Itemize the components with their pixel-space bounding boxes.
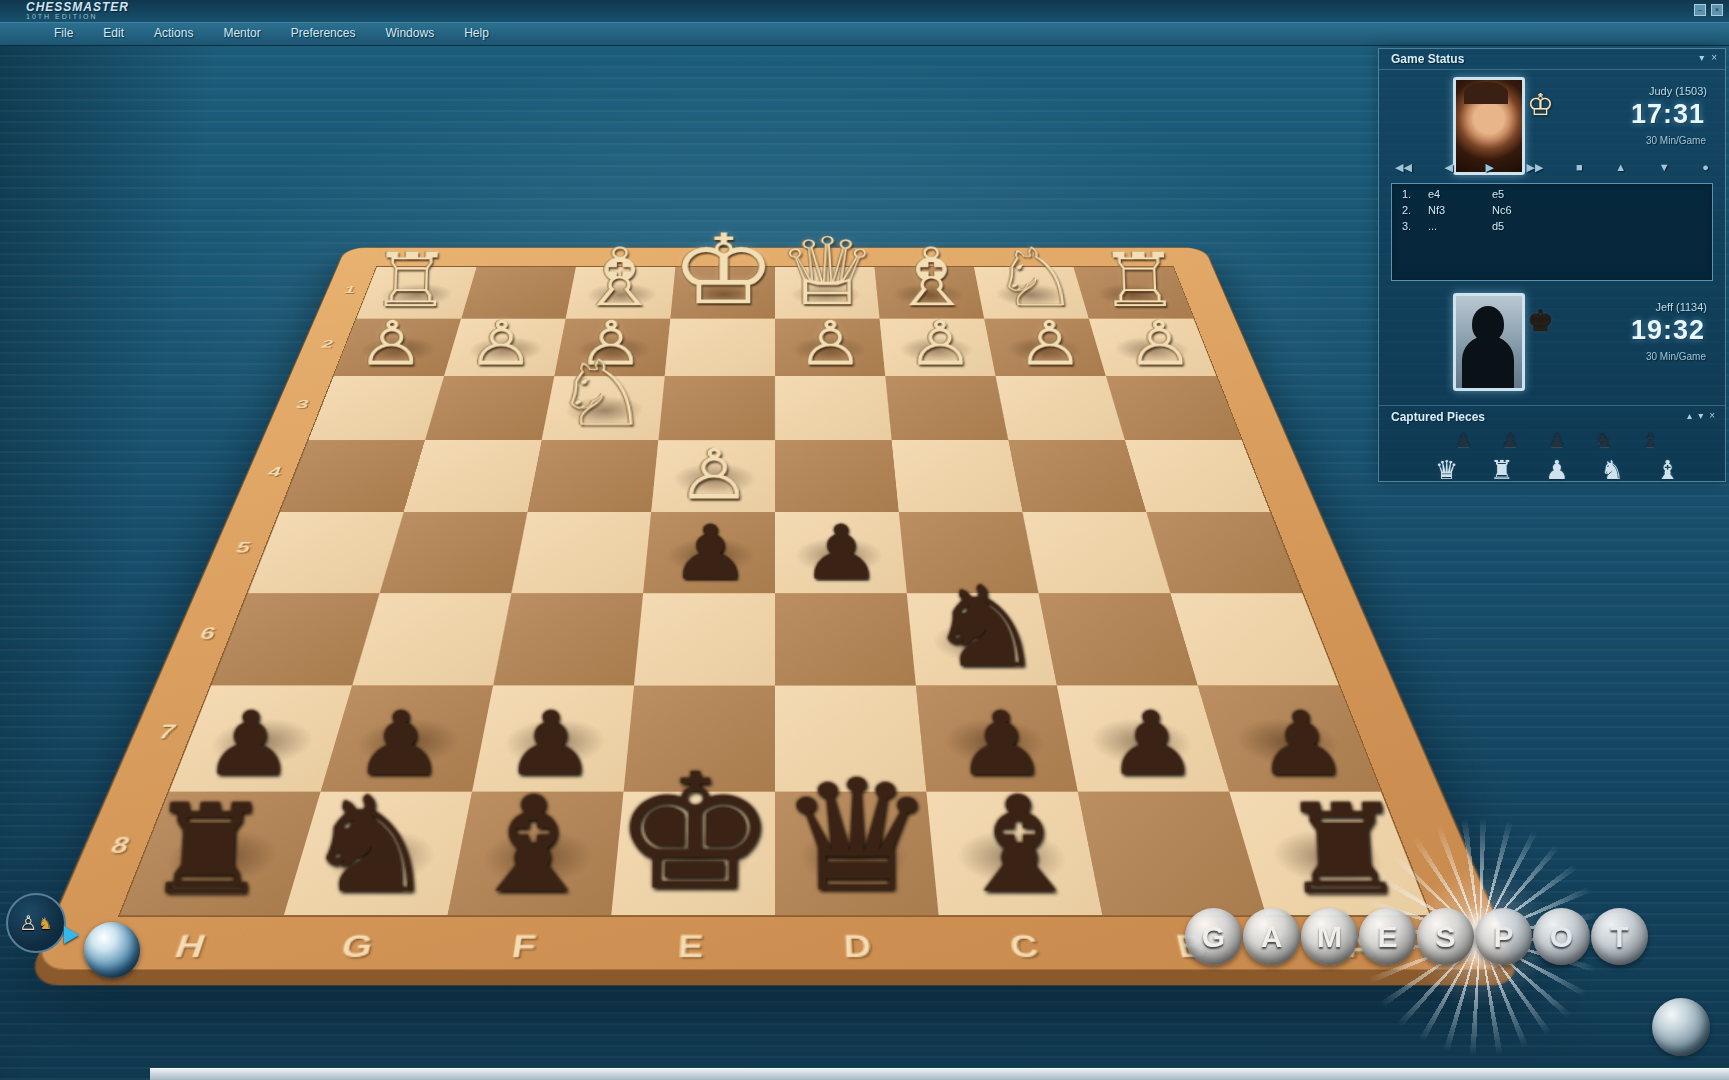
black-king-e8[interactable]: ♚ (610, 758, 777, 909)
white-pawn-c2[interactable]: ♙ (906, 315, 974, 373)
square-g3[interactable] (425, 376, 554, 440)
square-d2[interactable]: ♙ (775, 319, 885, 376)
gamespot-letter-A: A (1243, 908, 1300, 965)
gamespot-letter-T: T (1591, 908, 1648, 965)
move-wm-2: Nf3 (1428, 204, 1492, 216)
chessmaster-orb-button[interactable] (84, 922, 140, 978)
rank-label-6: 6 (187, 624, 228, 644)
menu-item-actions[interactable]: Actions (154, 26, 193, 40)
rank-label-8: 8 (95, 833, 144, 860)
square-a3[interactable] (1106, 376, 1242, 440)
square-b4[interactable] (1008, 440, 1146, 512)
menu-item-preferences[interactable]: Preferences (291, 26, 356, 40)
white-time-control: 30 Min/Game (1646, 135, 1706, 146)
square-e8[interactable]: ♚ (611, 792, 775, 915)
move-bm-3: d5 (1492, 220, 1556, 232)
avatar-black-player (1453, 293, 1525, 391)
rank-label-5: 5 (224, 539, 262, 557)
move-bm-1: e5 (1492, 188, 1556, 200)
square-e3[interactable] (658, 376, 775, 440)
black-knight-g8[interactable]: ♞ (298, 784, 440, 910)
white-bishop-c1[interactable]: ♗ (887, 240, 976, 316)
chessmaster-logo: CHESSMASTER 10TH EDITION (26, 2, 129, 22)
captured-black-piece-3: ♞ (1595, 429, 1612, 452)
black-king-icon: ♚ (1527, 303, 1554, 338)
menu-item-edit[interactable]: Edit (103, 26, 124, 40)
black-bishop-c8[interactable]: ♝ (948, 784, 1088, 910)
white-pawn-icon: ♙ (19, 911, 37, 935)
square-a2[interactable]: ♙ (1089, 319, 1216, 376)
square-a6[interactable] (1170, 593, 1338, 685)
square-c6[interactable]: ♞ (907, 593, 1057, 685)
square-h6[interactable] (211, 593, 379, 685)
square-f6[interactable] (493, 593, 643, 685)
captured-header-icon-1[interactable]: ▾ (1698, 410, 1703, 421)
close-panel-icon[interactable]: × (1711, 52, 1717, 63)
black-time-control: 30 Min/Game (1646, 351, 1706, 362)
black-pawn-b7[interactable]: ♟ (1104, 704, 1199, 787)
square-a7[interactable]: ♟ (1198, 686, 1381, 792)
white-pawn-h2[interactable]: ♙ (356, 315, 425, 373)
players-info-button[interactable]: ♙ ♞ (6, 893, 66, 953)
menu-item-mentor[interactable]: Mentor (223, 26, 260, 40)
menu-item-file[interactable]: File (54, 26, 73, 40)
gamespot-letter-E: E (1359, 908, 1416, 965)
move-bm-2: Nc6 (1492, 204, 1556, 216)
rank-label-7: 7 (144, 721, 189, 744)
menu-item-help[interactable]: Help (464, 26, 489, 40)
move-no-2: 2. (1402, 204, 1428, 216)
white-pawn-e4[interactable]: ♙ (676, 442, 752, 508)
title-bar: CHESSMASTER 10TH EDITION – × (0, 0, 1729, 22)
rank-label-1: 1 (335, 285, 364, 296)
square-b5[interactable] (1023, 512, 1171, 593)
nav-button-1[interactable]: ◀ (1445, 161, 1453, 181)
window-controls: – × (1694, 4, 1723, 16)
square-h5[interactable] (248, 512, 404, 593)
captured-black-piece-1: ♟ (1502, 429, 1519, 452)
white-queen-d1[interactable]: ♕ (776, 228, 879, 317)
white-player-clock: 17:31 (1631, 99, 1705, 130)
square-e2[interactable] (665, 319, 775, 376)
move-wm-1: e4 (1428, 188, 1492, 200)
game-status-header: Game Status ▾ × (1379, 49, 1725, 70)
square-b3[interactable] (996, 376, 1125, 440)
square-f4[interactable] (527, 440, 658, 512)
black-pawn-e5[interactable]: ♟ (669, 518, 749, 589)
white-knight-f3[interactable]: ♘ (551, 351, 651, 437)
square-e1[interactable]: ♔ (670, 267, 775, 319)
captured-header-icon-2[interactable]: × (1709, 410, 1715, 421)
square-f8[interactable]: ♝ (448, 792, 624, 915)
square-g2[interactable]: ♙ (444, 319, 566, 376)
nav-button-7[interactable]: ● (1702, 161, 1709, 181)
square-d8[interactable]: ♛ (775, 792, 939, 915)
menu-item-windows[interactable]: Windows (385, 26, 434, 40)
white-pawn-a2[interactable]: ♙ (1125, 315, 1194, 373)
black-player-clock: 19:32 (1631, 315, 1705, 346)
white-rook-a1[interactable]: ♖ (1097, 245, 1182, 316)
black-rook-h8[interactable]: ♜ (140, 792, 274, 909)
gamespot-sphere-icon (1652, 998, 1710, 1056)
white-king-icon: ♔ (1527, 87, 1554, 122)
square-d4[interactable] (775, 440, 899, 512)
move-row-3[interactable]: 3....d5 (1392, 216, 1712, 232)
white-rook-h1[interactable]: ♖ (368, 245, 453, 316)
white-player-name: Judy (1503) (1649, 85, 1707, 97)
captured-black-piece-2: ♟ (1548, 429, 1565, 452)
captured-white-piece-4: ♝ (1656, 455, 1679, 486)
panel-divider (1379, 405, 1725, 406)
black-knight-c6[interactable]: ♞ (925, 575, 1046, 681)
square-d5[interactable]: ♟ (775, 512, 907, 593)
expand-arrow-icon[interactable] (64, 926, 79, 944)
square-e5[interactable]: ♟ (643, 512, 775, 593)
captured-black-row: ♟♟♟♞♝ (1379, 429, 1725, 452)
file-label-d: D (829, 928, 886, 964)
move-row-2[interactable]: 2.Nf3Nc6 (1392, 200, 1712, 216)
nav-button-3[interactable]: ▶▶ (1527, 161, 1544, 181)
captured-header-icons: ▴▾× (1687, 410, 1715, 421)
captured-white-piece-0: ♛ (1435, 455, 1458, 486)
white-king-e1[interactable]: ♔ (669, 224, 776, 316)
black-pawn-h7[interactable]: ♟ (201, 704, 297, 787)
square-a4[interactable] (1125, 440, 1270, 512)
square-c2[interactable]: ♙ (880, 319, 996, 376)
square-h8[interactable]: ♜ (120, 792, 320, 915)
square-c3[interactable] (885, 376, 1008, 440)
captured-white-piece-2: ♟ (1545, 455, 1568, 486)
board-scene: ♖♗♔♕♗♘♖♙♙♙♙♙♙♙♘♙♟♟♞♟♟♟♟♟♟♜♞♝♚♛♝♜ 1234567… (75, 112, 1475, 912)
menu-bar: FileEditActionsMentorPreferencesWindowsH… (0, 22, 1729, 46)
square-f5[interactable] (511, 512, 651, 593)
square-g8[interactable]: ♞ (284, 792, 472, 915)
captured-white-piece-1: ♜ (1490, 455, 1513, 486)
nav-button-6[interactable]: ▼ (1659, 161, 1670, 181)
square-b2[interactable]: ♙ (984, 319, 1106, 376)
square-d3[interactable] (775, 376, 892, 440)
square-g6[interactable] (352, 593, 511, 685)
captured-white-row: ♛♜♟♞♝ (1379, 455, 1725, 486)
file-label-e: E (662, 928, 719, 964)
gamespot-watermark: GAMESPOT (1185, 858, 1729, 1080)
square-e4[interactable]: ♙ (651, 440, 775, 512)
white-bishop-f1[interactable]: ♗ (574, 240, 663, 316)
gamespot-letter-O: O (1533, 908, 1590, 965)
app-window: CHESSMASTER 10TH EDITION – × FileEditAct… (0, 0, 1729, 1080)
captured-white-piece-3: ♞ (1601, 455, 1624, 486)
move-list[interactable]: 1.e4e52.Nf3Nc63....d5 (1391, 183, 1713, 281)
black-queen-d8[interactable]: ♛ (776, 764, 937, 910)
white-knight-b1[interactable]: ♘ (990, 240, 1080, 316)
square-h4[interactable] (280, 440, 425, 512)
minimize-icon[interactable]: – (1694, 4, 1706, 16)
nav-button-0[interactable]: ◀◀ (1395, 161, 1412, 181)
gamespot-letter-M: M (1301, 908, 1358, 965)
square-g4[interactable] (404, 440, 542, 512)
file-label-g: G (325, 928, 389, 964)
square-h2[interactable]: ♙ (334, 319, 461, 376)
square-g5[interactable] (380, 512, 528, 593)
file-label-h: H (156, 928, 224, 964)
gamespot-letter-S: S (1417, 908, 1474, 965)
black-pawn-a7[interactable]: ♟ (1253, 704, 1349, 787)
square-d6[interactable] (775, 593, 916, 685)
logo-line1: CHESSMASTER (26, 2, 129, 12)
game-status-header-icons: ▾ × (1699, 52, 1717, 63)
board-grid: ♖♗♔♕♗♘♖♙♙♙♙♙♙♙♘♙♟♟♞♟♟♟♟♟♟♜♞♝♚♛♝♜ (120, 267, 1429, 915)
collapse-icon[interactable]: ▾ (1699, 52, 1704, 63)
game-nav-toolbar: ◀◀◀▶▶▶■▲▼● (1379, 161, 1725, 181)
move-row-1[interactable]: 1.e4e5 (1392, 184, 1712, 200)
captured-black-piece-4: ♝ (1642, 429, 1659, 452)
white-pawn-b2[interactable]: ♙ (1015, 315, 1084, 373)
file-label-c: C (994, 928, 1054, 964)
square-f3[interactable]: ♘ (542, 376, 665, 440)
black-player-name: Jeff (1134) (1655, 301, 1707, 313)
white-pawn-d2[interactable]: ♙ (796, 315, 863, 373)
game-status-title: Game Status (1391, 52, 1464, 66)
move-no-1: 1. (1402, 188, 1428, 200)
square-h3[interactable] (308, 376, 444, 440)
nav-button-5[interactable]: ▲ (1615, 161, 1626, 181)
gamespot-letter-P: P (1475, 908, 1532, 965)
rank-label-4: 4 (257, 464, 292, 480)
nav-button-4[interactable]: ■ (1576, 161, 1583, 181)
black-pawn-d5[interactable]: ♟ (800, 518, 880, 589)
game-status-panel: Game Status ▾ × ♔ Judy (1503) 17:31 30 M… (1378, 48, 1726, 482)
close-icon[interactable]: × (1711, 4, 1723, 16)
rank-label-2: 2 (312, 338, 343, 351)
move-wm-3: ... (1428, 220, 1492, 232)
captured-black-piece-0: ♟ (1455, 429, 1472, 452)
square-c4[interactable] (892, 440, 1023, 512)
captured-pieces-title: Captured Pieces (1391, 410, 1485, 424)
gold-knight-icon: ♞ (38, 914, 52, 933)
gamespot-letter-G: G (1185, 908, 1242, 965)
nav-button-2[interactable]: ▶ (1486, 161, 1494, 181)
square-c8[interactable]: ♝ (926, 792, 1102, 915)
rank-label-3: 3 (286, 398, 319, 412)
square-e6[interactable] (634, 593, 775, 685)
file-label-f: F (493, 928, 553, 964)
square-a5[interactable] (1146, 512, 1302, 593)
white-pawn-g2[interactable]: ♙ (466, 315, 535, 373)
move-no-3: 3. (1402, 220, 1428, 232)
player-card-black: ♚ Jeff (1134) 19:32 30 Min/Game (1379, 287, 1725, 403)
captured-header-icon-0[interactable]: ▴ (1687, 410, 1692, 421)
black-bishop-f8[interactable]: ♝ (461, 784, 601, 910)
